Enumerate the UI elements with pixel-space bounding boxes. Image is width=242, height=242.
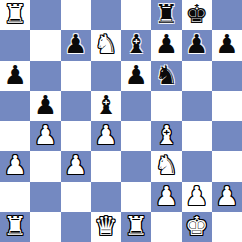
square-f1[interactable]	[151, 212, 181, 242]
square-c6[interactable]	[61, 61, 91, 91]
piece-white-king: ♚	[185, 213, 208, 239]
square-a2[interactable]	[0, 182, 30, 212]
square-c5[interactable]	[61, 91, 91, 121]
square-d5[interactable]: ♝	[91, 91, 121, 121]
piece-black-bishop: ♝	[94, 92, 117, 118]
square-h3[interactable]	[212, 151, 242, 181]
square-d4[interactable]: ♟	[91, 121, 121, 151]
square-c3[interactable]: ♟	[61, 151, 91, 181]
piece-white-pawn: ♟	[34, 122, 57, 148]
piece-white-rook: ♜	[3, 213, 26, 239]
square-d3[interactable]	[91, 151, 121, 181]
piece-black-pawn: ♟	[185, 31, 208, 57]
square-f4[interactable]: ♝	[151, 121, 181, 151]
square-e5[interactable]	[121, 91, 151, 121]
square-e2[interactable]	[121, 182, 151, 212]
square-f8[interactable]: ♜	[151, 0, 181, 30]
square-g1[interactable]: ♚	[182, 212, 212, 242]
square-e6[interactable]: ♟	[121, 61, 151, 91]
piece-black-pawn: ♟	[34, 92, 57, 118]
square-f5[interactable]	[151, 91, 181, 121]
piece-white-knight: ♞	[94, 31, 117, 57]
piece-black-pawn: ♟	[155, 31, 178, 57]
piece-black-knight: ♞	[155, 62, 178, 88]
square-c7[interactable]: ♟	[61, 30, 91, 60]
square-c4[interactable]	[61, 121, 91, 151]
square-c8[interactable]	[61, 0, 91, 30]
square-b5[interactable]: ♟	[30, 91, 60, 121]
square-a1[interactable]: ♜	[0, 212, 30, 242]
square-a8[interactable]: ♜	[0, 0, 30, 30]
square-g7[interactable]: ♟	[182, 30, 212, 60]
piece-white-rook: ♜	[3, 1, 26, 27]
square-d7[interactable]: ♞	[91, 30, 121, 60]
square-h4[interactable]	[212, 121, 242, 151]
square-c2[interactable]	[61, 182, 91, 212]
piece-white-pawn: ♟	[94, 122, 117, 148]
square-a5[interactable]	[0, 91, 30, 121]
piece-black-king: ♚	[185, 1, 208, 27]
square-b6[interactable]	[30, 61, 60, 91]
piece-black-pawn: ♟	[124, 62, 147, 88]
square-g2[interactable]: ♟	[182, 182, 212, 212]
square-g4[interactable]	[182, 121, 212, 151]
square-d6[interactable]	[91, 61, 121, 91]
square-f3[interactable]: ♞	[151, 151, 181, 181]
piece-black-pawn: ♟	[215, 31, 238, 57]
square-c1[interactable]	[61, 212, 91, 242]
square-a6[interactable]: ♟	[0, 61, 30, 91]
square-d2[interactable]	[91, 182, 121, 212]
square-h8[interactable]	[212, 0, 242, 30]
square-h5[interactable]	[212, 91, 242, 121]
square-e4[interactable]	[121, 121, 151, 151]
piece-white-queen: ♛	[94, 213, 117, 239]
square-d1[interactable]: ♛	[91, 212, 121, 242]
piece-white-knight: ♞	[155, 152, 178, 178]
square-a4[interactable]	[0, 121, 30, 151]
square-f2[interactable]: ♟	[151, 182, 181, 212]
square-e7[interactable]: ♝	[121, 30, 151, 60]
square-f7[interactable]: ♟	[151, 30, 181, 60]
square-b3[interactable]	[30, 151, 60, 181]
piece-black-bishop: ♝	[124, 31, 147, 57]
square-a7[interactable]	[0, 30, 30, 60]
square-g3[interactable]	[182, 151, 212, 181]
piece-white-rook: ♜	[124, 213, 147, 239]
square-h6[interactable]	[212, 61, 242, 91]
square-h1[interactable]	[212, 212, 242, 242]
square-b7[interactable]	[30, 30, 60, 60]
square-d8[interactable]	[91, 0, 121, 30]
piece-white-pawn: ♟	[3, 152, 26, 178]
square-b4[interactable]: ♟	[30, 121, 60, 151]
square-f6[interactable]: ♞	[151, 61, 181, 91]
piece-white-pawn: ♟	[64, 152, 87, 178]
square-h7[interactable]: ♟	[212, 30, 242, 60]
square-b8[interactable]	[30, 0, 60, 30]
piece-white-pawn: ♟	[155, 183, 178, 209]
piece-white-pawn: ♟	[185, 183, 208, 209]
square-e1[interactable]: ♜	[121, 212, 151, 242]
chess-board: ♜♜♚♟♞♝♟♟♟♟♟♞♟♝♟♟♝♟♟♞♟♟♟♜♛♜♚	[0, 0, 242, 242]
piece-black-rook: ♜	[155, 1, 178, 27]
square-g6[interactable]	[182, 61, 212, 91]
square-e3[interactable]	[121, 151, 151, 181]
piece-white-pawn: ♟	[215, 183, 238, 209]
square-e8[interactable]	[121, 0, 151, 30]
piece-white-bishop: ♝	[155, 122, 178, 148]
square-g5[interactable]	[182, 91, 212, 121]
square-a3[interactable]: ♟	[0, 151, 30, 181]
square-b1[interactable]	[30, 212, 60, 242]
square-b2[interactable]	[30, 182, 60, 212]
piece-black-pawn: ♟	[64, 31, 87, 57]
square-g8[interactable]: ♚	[182, 0, 212, 30]
square-h2[interactable]: ♟	[212, 182, 242, 212]
piece-black-pawn: ♟	[3, 62, 26, 88]
